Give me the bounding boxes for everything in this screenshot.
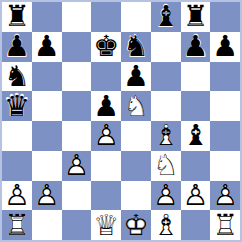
piece-fill: ♞ [1,60,34,93]
piece-fill: ♜ [1,1,34,34]
square-f8[interactable]: ♝♝ [151,2,181,32]
square-h1[interactable]: ♜♖ [210,210,240,240]
piece-glyph: ♕ [91,210,121,240]
square-h2[interactable]: ♟♙ [210,181,240,211]
piece-glyph: ♙ [181,181,211,211]
piece-glyph: ♙ [2,181,32,211]
piece-black-pawn[interactable]: ♟♟ [91,91,121,121]
square-e3[interactable] [121,151,151,181]
square-c2[interactable] [62,181,92,211]
square-a1[interactable]: ♜♖ [2,210,32,240]
piece-fill: ♟ [210,181,240,211]
square-d2[interactable] [91,181,121,211]
square-e4[interactable] [121,121,151,151]
square-d3[interactable] [91,151,121,181]
square-b5[interactable] [32,91,62,121]
square-b6[interactable] [32,62,62,92]
piece-white-queen[interactable]: ♛♕ [91,210,121,240]
piece-fill: ♜ [2,210,32,240]
square-g8[interactable]: ♜♜ [181,2,211,32]
piece-glyph: ♜ [181,2,211,32]
piece-white-pawn[interactable]: ♟♙ [181,181,211,211]
square-c1[interactable] [62,210,92,240]
square-g5[interactable] [181,91,211,121]
square-e5[interactable]: ♞♘ [121,91,151,121]
square-g6[interactable] [181,62,211,92]
square-a8[interactable]: ♜♜ [2,2,32,32]
piece-fill: ♞ [120,30,153,63]
square-f5[interactable] [151,91,181,121]
piece-fill: ♟ [179,30,212,63]
square-d1[interactable]: ♛♕ [91,210,121,240]
piece-glyph: ♙ [151,181,181,211]
square-g3[interactable] [181,151,211,181]
piece-glyph: ♟ [210,32,240,62]
piece-white-pawn[interactable]: ♟♙ [210,181,240,211]
piece-black-pawn[interactable]: ♟♟ [181,32,211,62]
piece-black-rook[interactable]: ♜♜ [181,2,211,32]
square-e2[interactable] [121,181,151,211]
piece-white-rook[interactable]: ♜♖ [210,210,240,240]
square-a5[interactable]: ♛♛ [2,91,32,121]
square-a2[interactable]: ♟♙ [2,181,32,211]
piece-glyph: ♙ [91,121,121,151]
piece-fill: ♜ [179,1,212,34]
piece-glyph: ♟ [121,62,151,92]
piece-glyph: ♗ [151,210,181,240]
piece-white-bishop[interactable]: ♝♗ [151,210,181,240]
piece-fill: ♟ [1,30,34,63]
piece-glyph: ♙ [210,181,240,211]
square-d8[interactable] [91,2,121,32]
piece-fill: ♟ [30,30,63,63]
piece-white-pawn[interactable]: ♟♙ [91,121,121,151]
piece-black-bishop[interactable]: ♝♝ [151,2,181,32]
piece-glyph: ♟ [181,32,211,62]
piece-fill: ♝ [149,1,182,34]
piece-black-pawn[interactable]: ♟♟ [121,62,151,92]
piece-glyph: ♜ [2,2,32,32]
piece-fill: ♛ [1,90,34,123]
square-g1[interactable] [181,210,211,240]
piece-glyph: ♚ [91,32,121,62]
piece-white-rook[interactable]: ♜♖ [2,210,32,240]
square-h4[interactable] [210,121,240,151]
piece-black-rook[interactable]: ♜♜ [2,2,32,32]
piece-white-king[interactable]: ♚♔ [121,210,151,240]
square-e8[interactable] [121,2,151,32]
piece-black-bishop[interactable]: ♝♝ [181,121,211,151]
piece-glyph: ♔ [121,210,151,240]
piece-fill: ♟ [209,30,242,63]
piece-white-bishop[interactable]: ♝♗ [151,121,181,151]
square-a3[interactable] [2,151,32,181]
square-b8[interactable] [32,2,62,32]
piece-fill: ♞ [151,151,181,181]
piece-black-pawn[interactable]: ♟♟ [32,32,62,62]
square-c3[interactable]: ♟♙ [62,151,92,181]
square-b7[interactable]: ♟♟ [32,32,62,62]
piece-glyph: ♝ [181,121,211,151]
piece-fill: ♛ [91,210,121,240]
piece-white-knight[interactable]: ♞♘ [151,151,181,181]
piece-fill: ♝ [151,210,181,240]
square-g7[interactable]: ♟♟ [181,32,211,62]
piece-glyph: ♘ [151,151,181,181]
piece-fill: ♜ [210,210,240,240]
piece-glyph: ♟ [91,91,121,121]
piece-glyph: ♟ [2,32,32,62]
piece-glyph: ♞ [121,32,151,62]
square-g2[interactable]: ♟♙ [181,181,211,211]
piece-glyph: ♖ [210,210,240,240]
piece-white-pawn[interactable]: ♟♙ [151,181,181,211]
square-f6[interactable] [151,62,181,92]
piece-fill: ♟ [91,121,121,151]
piece-black-king[interactable]: ♚♚ [91,32,121,62]
piece-glyph: ♗ [151,121,181,151]
square-d6[interactable] [91,62,121,92]
piece-fill: ♚ [90,30,123,63]
square-c8[interactable] [62,2,92,32]
square-c5[interactable] [62,91,92,121]
piece-white-pawn[interactable]: ♟♙ [2,181,32,211]
square-g4[interactable]: ♝♝ [181,121,211,151]
piece-black-pawn[interactable]: ♟♟ [210,32,240,62]
square-b1[interactable] [32,210,62,240]
square-e7[interactable]: ♞♞ [121,32,151,62]
square-d5[interactable]: ♟♟ [91,91,121,121]
square-d4[interactable]: ♟♙ [91,121,121,151]
piece-black-queen[interactable]: ♛♛ [2,91,32,121]
piece-glyph: ♙ [62,151,92,181]
square-f3[interactable]: ♞♘ [151,151,181,181]
piece-fill: ♟ [181,181,211,211]
piece-fill: ♟ [120,60,153,93]
square-f1[interactable]: ♝♗ [151,210,181,240]
piece-fill: ♝ [179,120,212,153]
chess-board: ♜♜♝♝♜♜♟♟♟♟♚♚♞♞♟♟♟♟♞♞♟♟♛♛♟♟♞♘♟♙♝♗♝♝♟♙♞♘♟♙… [0,0,242,242]
piece-fill: ♞ [121,91,151,121]
piece-fill: ♟ [62,151,92,181]
piece-glyph: ♙ [32,181,62,211]
piece-fill: ♟ [2,181,32,211]
piece-black-knight[interactable]: ♞♞ [121,32,151,62]
piece-fill: ♚ [121,210,151,240]
square-h8[interactable] [210,2,240,32]
piece-black-pawn[interactable]: ♟♟ [2,32,32,62]
piece-fill: ♟ [32,181,62,211]
square-b2[interactable]: ♟♙ [32,181,62,211]
square-f7[interactable] [151,32,181,62]
square-c7[interactable] [62,32,92,62]
piece-glyph: ♟ [32,32,62,62]
square-e1[interactable]: ♚♔ [121,210,151,240]
square-a6[interactable]: ♞♞ [2,62,32,92]
square-h3[interactable] [210,151,240,181]
piece-fill: ♟ [151,181,181,211]
piece-glyph: ♝ [151,2,181,32]
square-f2[interactable]: ♟♙ [151,181,181,211]
square-f4[interactable]: ♝♗ [151,121,181,151]
square-e6[interactable]: ♟♟ [121,62,151,92]
piece-glyph: ♖ [2,210,32,240]
square-h6[interactable] [210,62,240,92]
square-d7[interactable]: ♚♚ [91,32,121,62]
square-h5[interactable] [210,91,240,121]
piece-fill: ♟ [90,90,123,123]
piece-white-knight[interactable]: ♞♘ [121,91,151,121]
square-h7[interactable]: ♟♟ [210,32,240,62]
square-c6[interactable] [62,62,92,92]
square-a4[interactable] [2,121,32,151]
square-c4[interactable] [62,121,92,151]
piece-glyph: ♘ [121,91,151,121]
piece-glyph: ♞ [2,62,32,92]
piece-fill: ♝ [151,121,181,151]
square-b4[interactable] [32,121,62,151]
piece-white-pawn[interactable]: ♟♙ [32,181,62,211]
square-b3[interactable] [32,151,62,181]
piece-white-pawn[interactable]: ♟♙ [62,151,92,181]
piece-glyph: ♛ [2,91,32,121]
square-a7[interactable]: ♟♟ [2,32,32,62]
piece-black-knight[interactable]: ♞♞ [2,62,32,92]
